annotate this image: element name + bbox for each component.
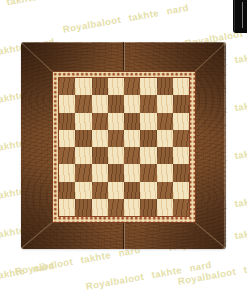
square-a2 bbox=[59, 182, 75, 199]
frame-miter-line bbox=[21, 42, 55, 73]
square-c2 bbox=[92, 182, 108, 199]
square-d4 bbox=[108, 147, 124, 164]
square-a3 bbox=[59, 164, 75, 181]
square-b5 bbox=[75, 130, 91, 147]
square-h7 bbox=[173, 95, 189, 112]
square-c4 bbox=[92, 147, 108, 164]
square-b1 bbox=[75, 199, 91, 216]
square-a8 bbox=[59, 78, 75, 95]
square-e6 bbox=[124, 113, 140, 130]
square-b3 bbox=[75, 164, 91, 181]
square-f3 bbox=[140, 164, 156, 181]
square-g8 bbox=[157, 78, 173, 95]
frame-miter-line bbox=[21, 219, 56, 249]
square-a1 bbox=[59, 199, 75, 216]
square-c3 bbox=[92, 164, 108, 181]
square-g5 bbox=[157, 130, 173, 147]
square-h1 bbox=[173, 199, 189, 216]
frame-miter-line bbox=[191, 219, 226, 249]
square-e3 bbox=[124, 164, 140, 181]
square-d5 bbox=[108, 130, 124, 147]
square-e4 bbox=[124, 147, 140, 164]
square-e8 bbox=[124, 78, 140, 95]
square-g3 bbox=[157, 164, 173, 181]
chess-board bbox=[21, 42, 226, 249]
square-c5 bbox=[92, 130, 108, 147]
square-c7 bbox=[92, 95, 108, 112]
square-b7 bbox=[75, 95, 91, 112]
square-c1 bbox=[92, 199, 108, 216]
square-a7 bbox=[59, 95, 75, 112]
square-h5 bbox=[173, 130, 189, 147]
watermark-text: Royalbaloot takhte nard bbox=[62, 2, 189, 35]
watermark-text: Royalbaloot takhte nard bbox=[0, 0, 67, 19]
square-d3 bbox=[108, 164, 124, 181]
square-b6 bbox=[75, 113, 91, 130]
square-c6 bbox=[92, 113, 108, 130]
square-h4 bbox=[173, 147, 189, 164]
square-f7 bbox=[140, 95, 156, 112]
square-f8 bbox=[140, 78, 156, 95]
square-g2 bbox=[157, 182, 173, 199]
square-f2 bbox=[140, 182, 156, 199]
square-g7 bbox=[157, 95, 173, 112]
square-f1 bbox=[140, 199, 156, 216]
marquetry-border bbox=[52, 71, 196, 223]
square-d6 bbox=[108, 113, 124, 130]
square-d2 bbox=[108, 182, 124, 199]
square-a4 bbox=[59, 147, 75, 164]
square-a6 bbox=[59, 113, 75, 130]
square-f4 bbox=[140, 147, 156, 164]
square-f5 bbox=[140, 130, 156, 147]
square-d8 bbox=[108, 78, 124, 95]
square-b2 bbox=[75, 182, 91, 199]
square-h8 bbox=[173, 78, 189, 95]
square-b4 bbox=[75, 147, 91, 164]
frame-miter-line bbox=[193, 42, 227, 73]
square-h6 bbox=[173, 113, 189, 130]
square-h2 bbox=[173, 182, 189, 199]
square-a5 bbox=[59, 130, 75, 147]
square-c8 bbox=[92, 78, 108, 95]
square-g4 bbox=[157, 147, 173, 164]
product-photo: Royalbaloot takhte nardRoyalbaloot takht… bbox=[0, 0, 247, 296]
square-f6 bbox=[140, 113, 156, 130]
adjacent-product-thumbnail bbox=[233, 0, 247, 33]
square-b8 bbox=[75, 78, 91, 95]
square-e1 bbox=[124, 199, 140, 216]
watermark-text: Royalbaloot takhte nard bbox=[0, 260, 55, 293]
square-d1 bbox=[108, 199, 124, 216]
square-e5 bbox=[124, 130, 140, 147]
square-d7 bbox=[108, 95, 124, 112]
checkerboard bbox=[58, 77, 190, 217]
square-e2 bbox=[124, 182, 140, 199]
square-g1 bbox=[157, 199, 173, 216]
square-h3 bbox=[173, 164, 189, 181]
square-g6 bbox=[157, 113, 173, 130]
square-e7 bbox=[124, 95, 140, 112]
